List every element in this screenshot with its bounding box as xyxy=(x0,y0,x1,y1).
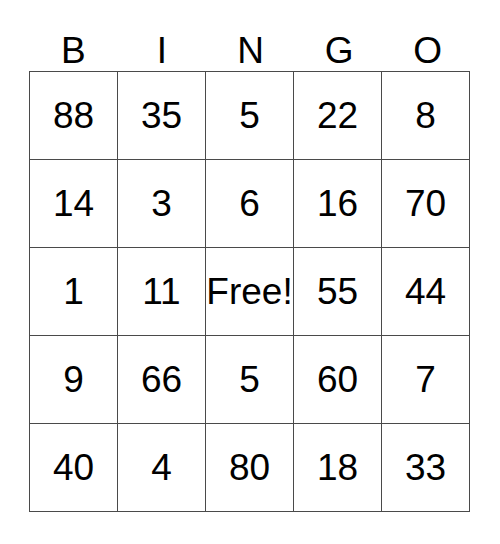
cell-r3c1[interactable]: 1 xyxy=(30,248,117,335)
bingo-board: 88 35 5 22 8 14 3 6 16 70 1 11 Free! 55 … xyxy=(29,71,470,512)
cell-r5c1[interactable]: 40 xyxy=(30,424,117,511)
cell-r1c5[interactable]: 8 xyxy=(382,72,469,159)
cell-r4c5[interactable]: 7 xyxy=(382,336,469,423)
header-letter-g: G xyxy=(295,26,384,71)
cell-r5c5[interactable]: 33 xyxy=(382,424,469,511)
bingo-header: B I N G O xyxy=(29,26,472,71)
bingo-card: B I N G O 88 35 5 22 8 14 3 6 16 70 1 11… xyxy=(29,26,472,512)
cell-r4c2[interactable]: 66 xyxy=(118,336,205,423)
cell-r2c2[interactable]: 3 xyxy=(118,160,205,247)
cell-r1c4[interactable]: 22 xyxy=(294,72,381,159)
cell-r2c1[interactable]: 14 xyxy=(30,160,117,247)
cell-r1c2[interactable]: 35 xyxy=(118,72,205,159)
cell-r4c3[interactable]: 5 xyxy=(206,336,293,423)
header-letter-n: N xyxy=(206,26,295,71)
cell-r1c1[interactable]: 88 xyxy=(30,72,117,159)
free-cell[interactable]: Free! xyxy=(206,248,293,335)
cell-r2c4[interactable]: 16 xyxy=(294,160,381,247)
cell-r2c5[interactable]: 70 xyxy=(382,160,469,247)
cell-r3c5[interactable]: 44 xyxy=(382,248,469,335)
cell-r4c4[interactable]: 60 xyxy=(294,336,381,423)
cell-r5c3[interactable]: 80 xyxy=(206,424,293,511)
cell-r4c1[interactable]: 9 xyxy=(30,336,117,423)
header-letter-b: B xyxy=(29,26,118,71)
header-letter-i: I xyxy=(118,26,207,71)
cell-r3c4[interactable]: 55 xyxy=(294,248,381,335)
cell-r5c4[interactable]: 18 xyxy=(294,424,381,511)
cell-r5c2[interactable]: 4 xyxy=(118,424,205,511)
header-letter-o: O xyxy=(383,26,472,71)
cell-r1c3[interactable]: 5 xyxy=(206,72,293,159)
cell-r2c3[interactable]: 6 xyxy=(206,160,293,247)
cell-r3c2[interactable]: 11 xyxy=(118,248,205,335)
